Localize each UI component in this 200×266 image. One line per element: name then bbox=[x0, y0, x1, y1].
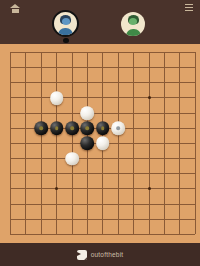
intersection-11-1[interactable] bbox=[172, 60, 187, 75]
intersection-5-9[interactable] bbox=[80, 181, 95, 196]
intersection-9-11[interactable] bbox=[141, 212, 156, 227]
intersection-10-5[interactable] bbox=[157, 121, 172, 136]
intersection-11-9[interactable] bbox=[172, 181, 187, 196]
win-marker bbox=[86, 127, 90, 131]
intersection-1-7[interactable] bbox=[18, 151, 33, 166]
intersection-2-2[interactable] bbox=[34, 75, 49, 90]
intersection-4-9[interactable] bbox=[64, 181, 79, 196]
intersection-0-7[interactable] bbox=[3, 151, 18, 166]
intersection-3-8[interactable] bbox=[49, 166, 64, 181]
intersection-8-0[interactable] bbox=[126, 45, 141, 60]
win-marker bbox=[55, 127, 59, 131]
intersection-10-3[interactable] bbox=[157, 90, 172, 105]
intersection-8-2[interactable] bbox=[126, 75, 141, 90]
white-stone bbox=[111, 122, 125, 136]
intersection-11-3[interactable] bbox=[172, 90, 187, 105]
intersection-8-8[interactable] bbox=[126, 166, 141, 181]
header-bar bbox=[0, 0, 200, 44]
avatar-face bbox=[62, 18, 70, 25]
intersection-2-6[interactable] bbox=[34, 136, 49, 151]
intersection-4-1[interactable] bbox=[64, 60, 79, 75]
intersection-12-1[interactable] bbox=[188, 60, 200, 75]
intersection-3-11[interactable] bbox=[49, 212, 64, 227]
intersection-10-10[interactable] bbox=[157, 197, 172, 212]
intersection-6-12[interactable] bbox=[95, 227, 110, 242]
star-point bbox=[148, 96, 151, 99]
black-stone bbox=[65, 122, 79, 136]
intersection-12-7[interactable] bbox=[188, 151, 200, 166]
intersection-6-8[interactable] bbox=[95, 166, 110, 181]
intersection-0-9[interactable] bbox=[3, 181, 18, 196]
black-stone bbox=[96, 122, 110, 136]
intersection-1-5[interactable] bbox=[18, 121, 33, 136]
intersection-6-0[interactable] bbox=[95, 45, 110, 60]
intersection-12-0[interactable] bbox=[188, 45, 200, 60]
intersection-10-7[interactable] bbox=[157, 151, 172, 166]
intersection-7-7[interactable] bbox=[111, 151, 126, 166]
intersection-3-9[interactable] bbox=[49, 181, 64, 196]
intersection-1-12[interactable] bbox=[18, 227, 33, 242]
intersection-1-10[interactable] bbox=[18, 197, 33, 212]
intersection-12-11[interactable] bbox=[188, 212, 200, 227]
intersection-5-1[interactable] bbox=[80, 60, 95, 75]
intersection-3-6[interactable] bbox=[49, 136, 64, 151]
intersection-8-5[interactable] bbox=[126, 121, 141, 136]
intersection-9-9[interactable] bbox=[141, 181, 156, 196]
intersection-9-7[interactable] bbox=[141, 151, 156, 166]
intersection-10-8[interactable] bbox=[157, 166, 172, 181]
intersection-6-6[interactable] bbox=[95, 136, 110, 151]
intersection-4-0[interactable] bbox=[64, 45, 79, 60]
intersection-11-6[interactable] bbox=[172, 136, 187, 151]
intersection-2-3[interactable] bbox=[34, 90, 49, 105]
intersection-5-4[interactable] bbox=[80, 106, 95, 121]
intersection-3-12[interactable] bbox=[49, 227, 64, 242]
intersection-12-10[interactable] bbox=[188, 197, 200, 212]
intersection-7-1[interactable] bbox=[111, 60, 126, 75]
intersection-5-3[interactable] bbox=[80, 90, 95, 105]
intersection-8-3[interactable] bbox=[126, 90, 141, 105]
intersection-9-5[interactable] bbox=[141, 121, 156, 136]
intersection-2-7[interactable] bbox=[34, 151, 49, 166]
intersection-7-9[interactable] bbox=[111, 181, 126, 196]
intersection-11-10[interactable] bbox=[172, 197, 187, 212]
intersection-2-11[interactable] bbox=[34, 212, 49, 227]
intersection-12-4[interactable] bbox=[188, 106, 200, 121]
intersection-0-5[interactable] bbox=[3, 121, 18, 136]
star-point bbox=[148, 187, 151, 190]
outofthebit-logo-icon bbox=[77, 250, 87, 260]
intersection-1-9[interactable] bbox=[18, 181, 33, 196]
black-stone bbox=[34, 122, 48, 136]
intersection-7-2[interactable] bbox=[111, 75, 126, 90]
intersection-12-3[interactable] bbox=[188, 90, 200, 105]
intersection-2-5[interactable] bbox=[34, 121, 49, 136]
intersection-6-1[interactable] bbox=[95, 60, 110, 75]
board-grid bbox=[3, 45, 200, 242]
intersection-0-3[interactable] bbox=[3, 90, 18, 105]
intersection-9-1[interactable] bbox=[141, 60, 156, 75]
win-marker bbox=[101, 127, 105, 131]
intersection-10-4[interactable] bbox=[157, 106, 172, 121]
intersection-2-4[interactable] bbox=[34, 106, 49, 121]
intersection-4-8[interactable] bbox=[64, 166, 79, 181]
intersection-8-1[interactable] bbox=[126, 60, 141, 75]
intersection-12-2[interactable] bbox=[188, 75, 200, 90]
last-move-marker bbox=[116, 127, 120, 131]
intersection-5-0[interactable] bbox=[80, 45, 95, 60]
intersection-5-11[interactable] bbox=[80, 212, 95, 227]
intersection-6-3[interactable] bbox=[95, 90, 110, 105]
intersection-5-8[interactable] bbox=[80, 166, 95, 181]
intersection-6-11[interactable] bbox=[95, 212, 110, 227]
intersection-7-3[interactable] bbox=[111, 90, 126, 105]
intersection-2-10[interactable] bbox=[34, 197, 49, 212]
intersection-7-10[interactable] bbox=[111, 197, 126, 212]
intersection-0-1[interactable] bbox=[3, 60, 18, 75]
intersection-7-12[interactable] bbox=[111, 227, 126, 242]
intersection-3-3[interactable] bbox=[49, 90, 64, 105]
intersection-2-12[interactable] bbox=[34, 227, 49, 242]
intersection-4-7[interactable] bbox=[64, 151, 79, 166]
black-stone bbox=[81, 137, 95, 151]
intersection-0-11[interactable] bbox=[3, 212, 18, 227]
intersection-8-6[interactable] bbox=[126, 136, 141, 151]
avatar-torso bbox=[126, 29, 141, 36]
intersection-10-9[interactable] bbox=[157, 181, 172, 196]
intersection-4-6[interactable] bbox=[64, 136, 79, 151]
avatar-face bbox=[129, 18, 137, 25]
intersection-10-11[interactable] bbox=[157, 212, 172, 227]
intersection-0-6[interactable] bbox=[3, 136, 18, 151]
intersection-9-8[interactable] bbox=[141, 166, 156, 181]
intersection-7-6[interactable] bbox=[111, 136, 126, 151]
intersection-3-7[interactable] bbox=[49, 151, 64, 166]
intersection-4-12[interactable] bbox=[64, 227, 79, 242]
intersection-7-0[interactable] bbox=[111, 45, 126, 60]
intersection-4-10[interactable] bbox=[64, 197, 79, 212]
intersection-5-6[interactable] bbox=[80, 136, 95, 151]
footer-bar: outofthebit bbox=[0, 243, 200, 266]
intersection-1-3[interactable] bbox=[18, 90, 33, 105]
home-icon bbox=[10, 4, 20, 8]
intersection-2-9[interactable] bbox=[34, 181, 49, 196]
intersection-11-12[interactable] bbox=[172, 227, 187, 242]
white-stone bbox=[50, 91, 64, 105]
avatar-torso bbox=[58, 28, 73, 36]
intersection-12-6[interactable] bbox=[188, 136, 200, 151]
intersection-5-5[interactable] bbox=[80, 121, 95, 136]
black-stone-turn-indicator bbox=[63, 38, 69, 44]
app-screen: outofthebit bbox=[0, 0, 200, 266]
intersection-2-0[interactable] bbox=[34, 45, 49, 60]
intersection-10-6[interactable] bbox=[157, 136, 172, 151]
intersection-1-11[interactable] bbox=[18, 212, 33, 227]
menu-button[interactable] bbox=[185, 4, 193, 12]
intersection-7-11[interactable] bbox=[111, 212, 126, 227]
intersection-8-9[interactable] bbox=[126, 181, 141, 196]
intersection-7-5[interactable] bbox=[111, 121, 126, 136]
intersection-11-4[interactable] bbox=[172, 106, 187, 121]
star-point bbox=[55, 187, 58, 190]
player-avatar-white bbox=[121, 12, 145, 36]
intersection-3-1[interactable] bbox=[49, 60, 64, 75]
intersection-12-12[interactable] bbox=[188, 227, 200, 242]
intersection-4-2[interactable] bbox=[64, 75, 79, 90]
intersection-3-0[interactable] bbox=[49, 45, 64, 60]
intersection-4-11[interactable] bbox=[64, 212, 79, 227]
black-stone bbox=[50, 122, 64, 136]
intersection-9-0[interactable] bbox=[141, 45, 156, 60]
intersection-7-8[interactable] bbox=[111, 166, 126, 181]
intersection-11-2[interactable] bbox=[172, 75, 187, 90]
intersection-11-8[interactable] bbox=[172, 166, 187, 181]
intersection-0-10[interactable] bbox=[3, 197, 18, 212]
hamburger-menu-icon bbox=[185, 4, 193, 5]
intersection-0-0[interactable] bbox=[3, 45, 18, 60]
white-stone bbox=[81, 106, 95, 120]
intersection-12-9[interactable] bbox=[188, 181, 200, 196]
intersection-12-5[interactable] bbox=[188, 121, 200, 136]
intersection-9-3[interactable] bbox=[141, 90, 156, 105]
intersection-3-2[interactable] bbox=[49, 75, 64, 90]
intersection-2-1[interactable] bbox=[34, 60, 49, 75]
intersection-8-4[interactable] bbox=[126, 106, 141, 121]
intersection-6-7[interactable] bbox=[95, 151, 110, 166]
home-button[interactable] bbox=[10, 4, 20, 14]
intersection-2-8[interactable] bbox=[34, 166, 49, 181]
intersection-6-2[interactable] bbox=[95, 75, 110, 90]
intersection-3-4[interactable] bbox=[49, 106, 64, 121]
intersection-1-8[interactable] bbox=[18, 166, 33, 181]
intersection-1-0[interactable] bbox=[18, 45, 33, 60]
intersection-0-2[interactable] bbox=[3, 75, 18, 90]
intersection-1-1[interactable] bbox=[18, 60, 33, 75]
intersection-9-12[interactable] bbox=[141, 227, 156, 242]
intersection-10-12[interactable] bbox=[157, 227, 172, 242]
intersection-0-4[interactable] bbox=[3, 106, 18, 121]
intersection-3-5[interactable] bbox=[49, 121, 64, 136]
intersection-6-5[interactable] bbox=[95, 121, 110, 136]
intersection-5-10[interactable] bbox=[80, 197, 95, 212]
intersection-11-0[interactable] bbox=[172, 45, 187, 60]
intersection-1-2[interactable] bbox=[18, 75, 33, 90]
intersection-9-6[interactable] bbox=[141, 136, 156, 151]
intersection-11-5[interactable] bbox=[172, 121, 187, 136]
intersection-11-11[interactable] bbox=[172, 212, 187, 227]
intersection-8-10[interactable] bbox=[126, 197, 141, 212]
black-stone bbox=[81, 122, 95, 136]
intersection-0-8[interactable] bbox=[3, 166, 18, 181]
win-marker bbox=[70, 127, 74, 131]
brand-wordmark: outofthebit bbox=[91, 251, 124, 258]
intersection-6-4[interactable] bbox=[95, 106, 110, 121]
intersection-5-2[interactable] bbox=[80, 75, 95, 90]
intersection-12-8[interactable] bbox=[188, 166, 200, 181]
intersection-9-10[interactable] bbox=[141, 197, 156, 212]
intersection-10-2[interactable] bbox=[157, 75, 172, 90]
intersection-5-12[interactable] bbox=[80, 227, 95, 242]
intersection-4-4[interactable] bbox=[64, 106, 79, 121]
intersection-0-12[interactable] bbox=[3, 227, 18, 242]
intersection-1-6[interactable] bbox=[18, 136, 33, 151]
intersection-3-10[interactable] bbox=[49, 197, 64, 212]
intersection-10-0[interactable] bbox=[157, 45, 172, 60]
intersection-10-1[interactable] bbox=[157, 60, 172, 75]
intersection-6-9[interactable] bbox=[95, 181, 110, 196]
intersection-4-5[interactable] bbox=[64, 121, 79, 136]
intersection-9-4[interactable] bbox=[141, 106, 156, 121]
white-stone bbox=[65, 152, 79, 166]
intersection-6-10[interactable] bbox=[95, 197, 110, 212]
intersection-8-11[interactable] bbox=[126, 212, 141, 227]
white-stone bbox=[96, 137, 110, 151]
intersection-9-2[interactable] bbox=[141, 75, 156, 90]
intersection-11-7[interactable] bbox=[172, 151, 187, 166]
intersection-8-7[interactable] bbox=[126, 151, 141, 166]
player-avatar-black bbox=[52, 10, 79, 37]
intersection-7-4[interactable] bbox=[111, 106, 126, 121]
intersection-5-7[interactable] bbox=[80, 151, 95, 166]
win-marker bbox=[39, 127, 43, 131]
intersection-4-3[interactable] bbox=[64, 90, 79, 105]
intersection-8-12[interactable] bbox=[126, 227, 141, 242]
intersection-1-4[interactable] bbox=[18, 106, 33, 121]
